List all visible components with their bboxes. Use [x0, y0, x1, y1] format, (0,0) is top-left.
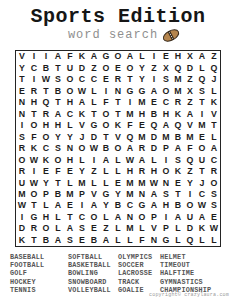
grid-cell: K: [172, 166, 184, 177]
grid-cell: L: [88, 177, 100, 188]
grid-cell: N: [160, 177, 172, 188]
word-item: GOLF: [10, 269, 68, 277]
subtitle-row: word search: [6, 27, 236, 43]
grid-cell: P: [40, 189, 52, 200]
grid-cell: A: [196, 212, 208, 223]
grid-cell: H: [64, 97, 76, 108]
grid-cell: F: [64, 51, 76, 62]
grid-cell: Y: [76, 166, 88, 177]
grid-cell: L: [100, 177, 112, 188]
grid-cell: O: [28, 120, 40, 131]
grid-cell: R: [40, 108, 52, 119]
grid-cell: I: [16, 212, 28, 223]
grid-cell: A: [196, 51, 208, 62]
grid-cell: Y: [112, 189, 124, 200]
grid-cell: L: [136, 51, 148, 62]
grid-cell: O: [184, 200, 196, 211]
grid-cell: C: [76, 212, 88, 223]
grid-cell: O: [100, 62, 112, 73]
word-item: FOOTBALL: [10, 261, 68, 269]
grid-cell: Q: [196, 74, 208, 85]
word-item: SOFTBALL: [68, 253, 118, 261]
grid-cell: Q: [148, 120, 160, 131]
grid-cell: D: [16, 223, 28, 234]
grid-cell: K: [208, 97, 220, 108]
grid-cell: Q: [172, 120, 184, 131]
grid-cell: T: [196, 97, 208, 108]
grid-cell: W: [148, 177, 160, 188]
grid-cell: P: [160, 223, 172, 234]
grid-cell: U: [16, 177, 28, 188]
grid-cell: M: [64, 189, 76, 200]
grid-cell: U: [196, 154, 208, 165]
grid-cell: L: [76, 154, 88, 165]
grid-cell: I: [184, 189, 196, 200]
grid-cell: N: [16, 97, 28, 108]
grid-cell: J: [76, 131, 88, 142]
grid-cell: T: [112, 97, 124, 108]
grid-cell: S: [64, 235, 76, 246]
grid-cell: L: [196, 235, 208, 246]
grid-cell: C: [196, 189, 208, 200]
word-list: BASEBALLFOOTBALLGOLFHOCKEYTENNISSOFTBALL…: [10, 253, 230, 294]
page-title: Sports Edition: [0, 7, 236, 27]
grid-cell: A: [64, 223, 76, 234]
grid-cell: C: [76, 74, 88, 85]
grid-cell: E: [208, 212, 220, 223]
grid-cell: O: [88, 212, 100, 223]
grid-cell: R: [136, 166, 148, 177]
grid-cell: A: [184, 108, 196, 119]
word-item: OLYMPICS: [118, 253, 160, 261]
word-item: BASEBALL: [10, 253, 68, 261]
grid-cell: L: [172, 235, 184, 246]
grid-cell: F: [100, 97, 112, 108]
grid-cell: H: [64, 154, 76, 165]
grid-cell: L: [148, 154, 160, 165]
grid-cell: G: [100, 51, 112, 62]
grid-cell: N: [16, 108, 28, 119]
grid-cell: Y: [136, 74, 148, 85]
grid-cell: J: [196, 177, 208, 188]
grid-cell: L: [64, 177, 76, 188]
grid-cell: U: [184, 212, 196, 223]
grid-cell: R: [28, 223, 40, 234]
grid-cell: B: [52, 85, 64, 96]
grid-cell: R: [172, 97, 184, 108]
grid-cell: A: [52, 235, 64, 246]
grid-cell: G: [160, 235, 172, 246]
grid-cell: A: [172, 212, 184, 223]
grid-cell: A: [88, 200, 100, 211]
grid-cell: K: [76, 108, 88, 119]
grid-cell: M: [124, 177, 136, 188]
grid-cell: H: [172, 51, 184, 62]
grid-cell: T: [208, 120, 220, 131]
grid-cell: O: [52, 154, 64, 165]
word-item: TRACK: [118, 278, 160, 286]
word-list-column: SOFTBALLBASKETBALLBOWLINGSNOWBOARDVOLLEY…: [68, 253, 118, 294]
grid-cell: M: [136, 97, 148, 108]
grid-cell: I: [28, 51, 40, 62]
grid-cell: F: [184, 143, 196, 154]
grid-cell: I: [148, 74, 160, 85]
grid-cell: T: [40, 85, 52, 96]
grid-cell: W: [196, 200, 208, 211]
grid-cell: A: [136, 154, 148, 165]
grid-cell: P: [160, 143, 172, 154]
grid-cell: E: [112, 177, 124, 188]
grid-cell: Y: [64, 131, 76, 142]
grid-cell: B: [100, 143, 112, 154]
grid-cell: T: [88, 108, 100, 119]
grid-cell: U: [64, 62, 76, 73]
grid-cell: M: [124, 223, 136, 234]
grid-cell: I: [196, 108, 208, 119]
grid-cell: A: [208, 143, 220, 154]
grid-cell: A: [124, 51, 136, 62]
grid-cell: L: [208, 85, 220, 96]
grid-cell: N: [124, 212, 136, 223]
grid-cell: L: [172, 223, 184, 234]
grid-cell: Y: [184, 177, 196, 188]
grid-cell: T: [52, 177, 64, 188]
grid-cell: G: [124, 85, 136, 96]
grid-cell: W: [16, 200, 28, 211]
grid-cell: Z: [148, 62, 160, 73]
grid-cell: K: [172, 108, 184, 119]
grid-cell: V: [16, 51, 28, 62]
grid-cell: W: [88, 143, 100, 154]
grid-cell: Z: [88, 166, 100, 177]
grid-cell: I: [16, 120, 28, 131]
grid-cell: L: [40, 200, 52, 211]
word-item: BOWLING: [68, 269, 118, 277]
grid-cell: L: [112, 235, 124, 246]
grid-cell: M: [76, 177, 88, 188]
grid-cell: T: [52, 62, 64, 73]
grid-cell: E: [148, 97, 160, 108]
grid-cell: L: [100, 212, 112, 223]
grid-cell: T: [28, 200, 40, 211]
grid-cell: Z: [88, 62, 100, 73]
grid-cell: O: [208, 177, 220, 188]
grid-cell: D: [148, 143, 160, 154]
grid-cell: C: [64, 108, 76, 119]
grid-cell: T: [112, 108, 124, 119]
grid-cell: I: [160, 154, 172, 165]
grid-cell: E: [40, 166, 52, 177]
grid-cell: H: [40, 212, 52, 223]
grid-cell: F: [52, 166, 64, 177]
grid-cell: I: [88, 154, 100, 165]
grid-cell: Z: [100, 223, 112, 234]
grid-cell: Q: [184, 235, 196, 246]
grid-cell: F: [124, 120, 136, 131]
worksheet-page: Sports Edition word search VIIAFKAGOALIE…: [0, 0, 236, 305]
grid-cell: T: [28, 235, 40, 246]
grid-cell: S: [208, 189, 220, 200]
grid-cell: N: [148, 235, 160, 246]
grid-cell: Q: [124, 131, 136, 142]
grid-cell: E: [88, 223, 100, 234]
grid-cell: G: [28, 212, 40, 223]
grid-cell: C: [88, 74, 100, 85]
copyright-text: copyright© crazylaura.com: [149, 292, 229, 298]
grid-cell: X: [184, 51, 196, 62]
grid-cell: Z: [184, 97, 196, 108]
grid-cell: M: [124, 108, 136, 119]
grid-cell: D: [184, 62, 196, 73]
grid-cell: G: [100, 189, 112, 200]
grid-cell: A: [148, 189, 160, 200]
grid-cell: I: [76, 200, 88, 211]
grid-cell: A: [88, 51, 100, 62]
grid-cell: E: [16, 85, 28, 96]
grid-cell: L: [208, 235, 220, 246]
grid-cell: B: [148, 108, 160, 119]
subtitle: word search: [68, 28, 158, 42]
grid-cell: M: [136, 131, 148, 142]
word-list-column: HELMETTIMEOUTHALFTIMEGYMNASTICSCHAMPIONS…: [160, 253, 226, 294]
word-item: TENNIS: [10, 286, 68, 294]
grid-cell: H: [40, 120, 52, 131]
grid-cell: J: [208, 74, 220, 85]
grid-cell: L: [124, 235, 136, 246]
grid-cell: T: [52, 97, 64, 108]
grid-cell: Q: [184, 154, 196, 165]
grid-cell: O: [196, 143, 208, 154]
grid-cell: M: [124, 189, 136, 200]
grid-cell: B: [40, 62, 52, 73]
grid-cell: B: [172, 131, 184, 142]
football-icon: [162, 29, 180, 42]
grid-cell: W: [76, 85, 88, 96]
grid-cell: H: [28, 97, 40, 108]
grid-cell: G: [136, 200, 148, 211]
grid-cell: A: [172, 143, 184, 154]
grid-cell: A: [52, 200, 64, 211]
grid-cell: V: [148, 223, 160, 234]
grid-cell: R: [208, 166, 220, 177]
grid-cell: A: [52, 51, 64, 62]
grid-cell: W: [124, 154, 136, 165]
grid-cell: T: [64, 212, 76, 223]
grid-cell: C: [208, 154, 220, 165]
grid-cell: A: [124, 143, 136, 154]
grid-cell: T: [124, 74, 136, 85]
grid-cell: O: [40, 223, 52, 234]
grid-cell: V: [76, 120, 88, 131]
grid-cell: V: [88, 189, 100, 200]
grid-cell: F: [136, 235, 148, 246]
grid-cell: K: [40, 154, 52, 165]
grid-cell: V: [112, 131, 124, 142]
grid-cell: R: [28, 85, 40, 96]
grid-cell: T: [100, 131, 112, 142]
word-item: SNOWBOARD: [68, 278, 118, 286]
grid-cell: K: [16, 235, 28, 246]
grid-cell: K: [28, 143, 40, 154]
grid-cell: H: [160, 108, 172, 119]
grid-cell: A: [148, 85, 160, 96]
grid-cell: M: [184, 131, 196, 142]
grid-cell: Y: [16, 62, 28, 73]
word-item: BASKETBALL: [68, 261, 118, 269]
word-item: VOLLEYBALL: [68, 286, 118, 294]
grid-cell: L: [196, 62, 208, 73]
grid-cell: O: [124, 62, 136, 73]
grid-cell: Y: [136, 62, 148, 73]
grid-cell: V: [208, 108, 220, 119]
grid-cell: A: [148, 200, 160, 211]
grid-cell: H: [160, 200, 172, 211]
grid-cell: N: [136, 189, 148, 200]
grid-cell: T: [16, 74, 28, 85]
grid-cell: E: [196, 131, 208, 142]
grid-cell: L: [208, 131, 220, 142]
grid-cell: P: [148, 212, 160, 223]
grid-cell: L: [88, 85, 100, 96]
grid-cell: H: [136, 108, 148, 119]
grid-cell: C: [28, 62, 40, 73]
grid-cell: Y: [40, 177, 52, 188]
grid-cell: B: [172, 200, 184, 211]
grid-cell: Q: [208, 62, 220, 73]
grid-cell: L: [52, 212, 64, 223]
grid-cell: S: [52, 143, 64, 154]
grid-cell: O: [64, 74, 76, 85]
grid-cell: R: [112, 74, 124, 85]
grid-cell: K: [76, 51, 88, 62]
grid-cell: H: [52, 120, 64, 131]
grid-cell: O: [112, 51, 124, 62]
grid-cell: T: [172, 189, 184, 200]
word-item: HALFTIME: [160, 269, 226, 277]
grid-cell: E: [64, 200, 76, 211]
grid-cell: O: [40, 131, 52, 142]
grid-cell: L: [112, 166, 124, 177]
grid-cell: A: [100, 235, 112, 246]
grid-cell: W: [40, 74, 52, 85]
grid-cell: W: [28, 154, 40, 165]
grid-cell: S: [16, 131, 28, 142]
grid-cell: L: [112, 223, 124, 234]
grid-cell: K: [112, 120, 124, 131]
grid-cell: M: [172, 74, 184, 85]
grid-cell: O: [112, 143, 124, 154]
grid-cell: I: [124, 97, 136, 108]
grid-cell: X: [184, 85, 196, 96]
word-item: GYMNASTICS: [160, 278, 226, 286]
grid-cell: K: [196, 223, 208, 234]
grid-cell: M: [160, 131, 172, 142]
grid-cell: I: [160, 212, 172, 223]
grid-cell: D: [148, 131, 160, 142]
grid-cell: C: [40, 143, 52, 154]
grid-cell: I: [100, 85, 112, 96]
grid-cell: C: [124, 200, 136, 211]
grid-cell: O: [16, 154, 28, 165]
grid-cell: Y: [100, 200, 112, 211]
grid-cell: W: [208, 223, 220, 234]
grid-cell: O: [136, 212, 148, 223]
grid-cell: L: [136, 223, 148, 234]
grid-cell: D: [76, 62, 88, 73]
grid-cell: C: [160, 97, 172, 108]
grid-cell: S: [196, 85, 208, 96]
grid-cell: T: [28, 108, 40, 119]
grid-cell: B: [88, 235, 100, 246]
grid-cell: A: [160, 120, 172, 131]
grid-cell: G: [88, 120, 100, 131]
grid-cell: L: [64, 120, 76, 131]
word-item: HELMET: [160, 253, 226, 261]
grid-cell: B: [40, 235, 52, 246]
word-list-column: OLYMPICSSOCCERLACROSSETRACKGOALIE: [118, 253, 160, 294]
grid-cell: M: [196, 120, 208, 131]
grid-cell: L: [100, 166, 112, 177]
grid-cell: G: [136, 85, 148, 96]
grid-cell: S: [208, 200, 220, 211]
grid-cell: O: [100, 108, 112, 119]
grid-cell: E: [160, 51, 172, 62]
grid-cell: F: [28, 131, 40, 142]
grid-cell: N: [112, 85, 124, 96]
grid-cell: E: [100, 74, 112, 85]
grid-cell: W: [28, 177, 40, 188]
grid-cell: B: [112, 200, 124, 211]
grid-cell: O: [100, 120, 112, 131]
grid-cell: I: [28, 166, 40, 177]
grid-cell: Q: [40, 97, 52, 108]
grid-cell: T: [196, 166, 208, 177]
grid-cell: H: [148, 166, 160, 177]
grid-cell: E: [136, 120, 148, 131]
grid-cell: Z: [184, 74, 196, 85]
grid-cell: Z: [208, 51, 220, 62]
grid-cell: A: [76, 97, 88, 108]
grid-cell: Y: [52, 131, 64, 142]
grid-cell: L: [52, 223, 64, 234]
grid-cell: A: [100, 154, 112, 165]
grid-cell: H: [124, 166, 136, 177]
grid-cell: O: [160, 166, 172, 177]
grid-cell: M: [136, 177, 148, 188]
grid-cell: P: [76, 189, 88, 200]
grid-cell: S: [160, 189, 172, 200]
grid-cell: O: [64, 85, 76, 96]
grid-cell: D: [88, 131, 100, 142]
grid-cell: E: [112, 62, 124, 73]
grid-cell: S: [52, 74, 64, 85]
grid-cell: A: [112, 212, 124, 223]
word-list-column: BASEBALLFOOTBALLGOLFHOCKEYTENNIS: [10, 253, 68, 294]
grid-cell: O: [28, 189, 40, 200]
grid-cell: L: [88, 97, 100, 108]
grid-cell: R: [16, 143, 28, 154]
word-item: SOCCER: [118, 261, 160, 269]
grid-cell: N: [64, 143, 76, 154]
grid-cell: Z: [184, 166, 196, 177]
grid-cell: D: [184, 223, 196, 234]
grid-cell: S: [160, 74, 172, 85]
word-item: HOCKEY: [10, 278, 68, 286]
grid-cell: I: [40, 51, 52, 62]
grid-cell: M: [172, 85, 184, 96]
grid-cell: R: [136, 143, 148, 154]
grid-cell: E: [76, 235, 88, 246]
